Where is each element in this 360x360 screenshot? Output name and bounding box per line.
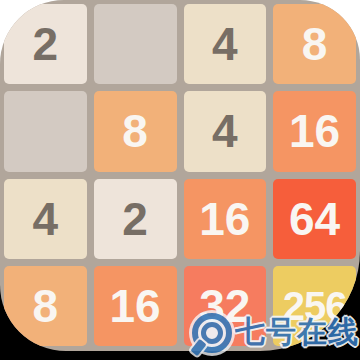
watermark-text: 七号在线: [235, 312, 359, 353]
tile-8-r4c1: 8: [4, 266, 87, 346]
tile-8-r2c2: 8: [94, 91, 177, 171]
tile-16-r4c2: 16: [94, 266, 177, 346]
empty-cell-r2c1: [4, 91, 87, 171]
empty-cell-r1c2: [94, 4, 177, 84]
tile-2-r3c2: 2: [94, 179, 177, 259]
tile-16-r2c4: 16: [273, 91, 356, 171]
tile-64-r3c4: 64: [273, 179, 356, 259]
app-screenshot-2048: 248841642166481632256 七号在线: [0, 0, 360, 360]
board-2048[interactable]: 248841642166481632256: [0, 0, 360, 351]
tile-16-r3c3: 16: [184, 179, 267, 259]
tile-2-r1c1: 2: [4, 4, 87, 84]
tile-4-r3c1: 4: [4, 179, 87, 259]
tile-4-r1c3: 4: [184, 4, 267, 84]
tile-4-r2c3: 4: [184, 91, 267, 171]
tile-8-r1c4: 8: [273, 4, 356, 84]
magnifier-q-icon: [192, 313, 232, 353]
watermark: 七号在线: [192, 312, 359, 353]
